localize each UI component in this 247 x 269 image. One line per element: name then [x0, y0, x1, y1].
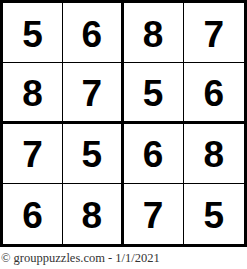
cell-r2c2: 7	[63, 63, 123, 123]
cell-r1c4: 7	[184, 3, 244, 63]
cell-r4c1: 6	[3, 184, 63, 244]
cell-r2c3: 5	[124, 63, 184, 123]
cell-r2c1: 8	[3, 63, 63, 123]
cell-r4c4: 5	[184, 184, 244, 244]
cell-r1c1: 5	[3, 3, 63, 63]
sudoku-board: 5 6 8 7 8 7 5 6 7 5 6 8 6 8 7 5	[0, 0, 247, 247]
sudoku-page: 5 6 8 7 8 7 5 6 7 5 6 8 6 8 7 5 © groupp…	[0, 0, 247, 269]
cell-r1c3: 8	[124, 3, 184, 63]
cell-r3c1: 7	[3, 124, 63, 184]
cell-r3c4: 8	[184, 124, 244, 184]
footer: © grouppuzzles.com - 1/1/2021	[0, 247, 247, 269]
cell-r3c2: 5	[63, 124, 123, 184]
cell-r4c3: 7	[124, 184, 184, 244]
cell-r1c2: 6	[63, 3, 123, 63]
cell-r4c2: 8	[63, 184, 123, 244]
cell-r2c4: 6	[184, 63, 244, 123]
copyright-credit: © grouppuzzles.com - 1/1/2021	[0, 251, 160, 266]
cell-r3c3: 6	[124, 124, 184, 184]
